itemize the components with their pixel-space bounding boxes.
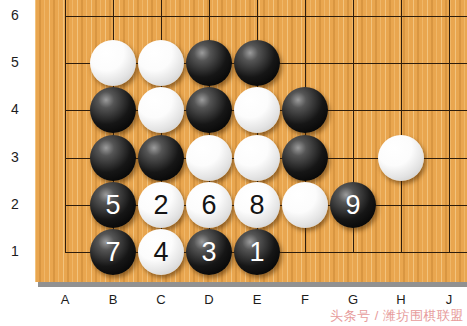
white-stone-E4	[234, 87, 280, 133]
white-stone-C5	[138, 40, 184, 86]
board-edge-shadow	[38, 282, 467, 287]
white-stone-E2: 8	[234, 182, 280, 228]
move-number: 4	[153, 239, 168, 266]
column-label: F	[295, 292, 315, 307]
black-stone-E5	[234, 40, 280, 86]
black-stone-B2: 5	[90, 182, 136, 228]
move-number: 2	[153, 192, 168, 219]
go-diagram: 526897431 654321 ABCDEFGHJ 头条号 / 潍坊围棋联盟	[0, 0, 467, 326]
move-number: 8	[249, 192, 264, 219]
black-stone-D1: 3	[186, 229, 232, 275]
white-stone-D3	[186, 135, 232, 181]
grid-vline	[449, 0, 450, 253]
column-label: J	[439, 292, 459, 307]
white-stone-H3	[378, 135, 424, 181]
black-stone-B4	[90, 87, 136, 133]
black-stone-D5	[186, 40, 232, 86]
row-label: 4	[0, 102, 30, 117]
black-stone-C3	[138, 135, 184, 181]
column-label: C	[151, 292, 171, 307]
black-stone-F3	[282, 135, 328, 181]
black-stone-E1: 1	[234, 229, 280, 275]
move-number: 3	[201, 239, 216, 266]
move-number: 5	[105, 192, 120, 219]
move-number: 6	[201, 192, 216, 219]
white-stone-E3	[234, 135, 280, 181]
column-label: H	[391, 292, 411, 307]
row-label: 6	[0, 8, 30, 23]
row-label: 1	[0, 244, 30, 259]
white-stone-D2: 6	[186, 182, 232, 228]
white-stone-F2	[282, 182, 328, 228]
move-number: 1	[249, 239, 264, 266]
watermark: 头条号 / 潍坊围棋联盟	[330, 307, 464, 325]
black-stone-B1: 7	[90, 229, 136, 275]
column-label: A	[55, 292, 75, 307]
move-number: 7	[105, 239, 120, 266]
white-stone-B5	[90, 40, 136, 86]
column-label: D	[199, 292, 219, 307]
black-stone-F4	[282, 87, 328, 133]
grid-vline	[401, 0, 402, 253]
black-stone-B3	[90, 135, 136, 181]
column-label: B	[103, 292, 123, 307]
white-stone-C4	[138, 87, 184, 133]
black-stone-D4	[186, 87, 232, 133]
grid-hline	[65, 16, 467, 17]
row-label: 3	[0, 150, 30, 165]
row-label: 5	[0, 55, 30, 70]
move-number: 9	[345, 192, 360, 219]
grid-vline	[65, 0, 66, 253]
column-label: G	[343, 292, 363, 307]
column-label: E	[247, 292, 267, 307]
white-stone-C1: 4	[138, 229, 184, 275]
black-stone-G2: 9	[330, 182, 376, 228]
row-label: 2	[0, 197, 30, 212]
white-stone-C2: 2	[138, 182, 184, 228]
